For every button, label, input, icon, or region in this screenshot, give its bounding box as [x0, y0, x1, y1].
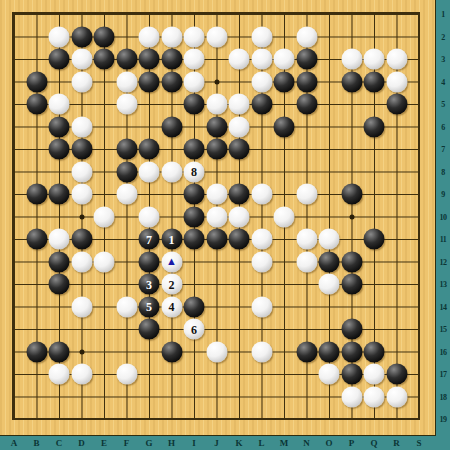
white-stone-J2[interactable] — [206, 26, 227, 47]
row-label-17: 17 — [436, 370, 450, 379]
black-stone-D2[interactable] — [71, 26, 92, 47]
white-stone-N9[interactable] — [296, 184, 317, 205]
white-stone-L3[interactable] — [251, 49, 272, 70]
row-label-8: 8 — [436, 167, 450, 176]
white-stone-H12[interactable]: ▲ — [161, 251, 182, 272]
black-stone-C12[interactable] — [49, 251, 70, 272]
white-stone-G8[interactable] — [139, 161, 160, 182]
white-stone-O17[interactable] — [319, 364, 340, 385]
column-label-S: S — [416, 438, 421, 448]
row-label-10: 10 — [436, 212, 450, 221]
black-stone-C6[interactable] — [49, 116, 70, 137]
white-stone-L16[interactable] — [251, 341, 272, 362]
black-stone-D7[interactable] — [71, 139, 92, 160]
white-stone-Q18[interactable] — [364, 386, 385, 407]
black-stone-G14[interactable]: 5 — [139, 296, 160, 317]
black-stone-D11[interactable] — [71, 229, 92, 250]
white-stone-C2[interactable] — [49, 26, 70, 47]
black-stone-P17[interactable] — [341, 364, 362, 385]
column-label-A: A — [11, 438, 18, 448]
black-stone-C7[interactable] — [49, 139, 70, 160]
white-stone-D17[interactable] — [71, 364, 92, 385]
column-label-B: B — [33, 438, 39, 448]
black-stone-L5[interactable] — [251, 94, 272, 115]
white-stone-D3[interactable] — [71, 49, 92, 70]
white-stone-G2[interactable] — [139, 26, 160, 47]
black-stone-H11[interactable]: 1 — [161, 229, 182, 250]
column-label-H: H — [168, 438, 175, 448]
black-stone-H3[interactable] — [161, 49, 182, 70]
row-label-6: 6 — [436, 122, 450, 131]
black-stone-N4[interactable] — [296, 71, 317, 92]
white-stone-K3[interactable] — [229, 49, 250, 70]
white-stone-F4[interactable] — [116, 71, 137, 92]
black-stone-I5[interactable] — [184, 94, 205, 115]
white-stone-D9[interactable] — [71, 184, 92, 205]
move-number-label: 2 — [169, 278, 175, 290]
white-stone-F17[interactable] — [116, 364, 137, 385]
black-stone-H16[interactable] — [161, 341, 182, 362]
column-label-E: E — [101, 438, 107, 448]
white-stone-G10[interactable] — [139, 206, 160, 227]
white-stone-R4[interactable] — [386, 71, 407, 92]
column-label-O: O — [325, 438, 332, 448]
black-stone-C13[interactable] — [49, 274, 70, 295]
row-label-13: 13 — [436, 280, 450, 289]
move-number-label: 6 — [191, 323, 197, 335]
black-stone-P4[interactable] — [341, 71, 362, 92]
column-label-N: N — [303, 438, 310, 448]
column-label-C: C — [56, 438, 63, 448]
star-point — [79, 214, 84, 219]
go-board[interactable]: 871▲32546 — [0, 0, 436, 436]
black-stone-O12[interactable] — [319, 251, 340, 272]
white-stone-H13[interactable]: 2 — [161, 274, 182, 295]
white-stone-L4[interactable] — [251, 71, 272, 92]
black-stone-R17[interactable] — [386, 364, 407, 385]
black-stone-C9[interactable] — [49, 184, 70, 205]
white-stone-L2[interactable] — [251, 26, 272, 47]
black-stone-P15[interactable] — [341, 319, 362, 340]
black-stone-E3[interactable] — [94, 49, 115, 70]
white-stone-N2[interactable] — [296, 26, 317, 47]
row-label-15: 15 — [436, 325, 450, 334]
column-label-F: F — [124, 438, 130, 448]
row-label-16: 16 — [436, 347, 450, 356]
black-stone-N3[interactable] — [296, 49, 317, 70]
white-stone-Q3[interactable] — [364, 49, 385, 70]
row-label-2: 2 — [436, 32, 450, 41]
white-stone-I4[interactable] — [184, 71, 205, 92]
black-stone-P13[interactable] — [341, 274, 362, 295]
triangle-marker-icon: ▲ — [166, 255, 177, 266]
black-stone-G11[interactable]: 7 — [139, 229, 160, 250]
black-stone-G15[interactable] — [139, 319, 160, 340]
white-stone-Q17[interactable] — [364, 364, 385, 385]
column-label-K: K — [235, 438, 242, 448]
black-stone-M6[interactable] — [274, 116, 295, 137]
row-label-18: 18 — [436, 392, 450, 401]
white-stone-H8[interactable] — [161, 161, 182, 182]
white-stone-H2[interactable] — [161, 26, 182, 47]
column-label-Q: Q — [370, 438, 377, 448]
black-stone-O16[interactable] — [319, 341, 340, 362]
row-label-5: 5 — [436, 100, 450, 109]
white-stone-F9[interactable] — [116, 184, 137, 205]
black-stone-B5[interactable] — [26, 94, 47, 115]
white-stone-H14[interactable]: 4 — [161, 296, 182, 317]
white-stone-F14[interactable] — [116, 296, 137, 317]
white-stone-K10[interactable] — [229, 206, 250, 227]
star-point — [79, 349, 84, 354]
white-stone-D4[interactable] — [71, 71, 92, 92]
black-stone-G13[interactable]: 3 — [139, 274, 160, 295]
move-number-label: 8 — [191, 166, 197, 178]
white-stone-J9[interactable] — [206, 184, 227, 205]
white-stone-N11[interactable] — [296, 229, 317, 250]
black-stone-P16[interactable] — [341, 341, 362, 362]
white-stone-D6[interactable] — [71, 116, 92, 137]
column-label-G: G — [145, 438, 152, 448]
black-stone-B11[interactable] — [26, 229, 47, 250]
white-stone-E12[interactable] — [94, 251, 115, 272]
move-number-label: 4 — [169, 301, 175, 313]
black-stone-K7[interactable] — [229, 139, 250, 160]
black-stone-I14[interactable] — [184, 296, 205, 317]
white-stone-E10[interactable] — [94, 206, 115, 227]
black-stone-N5[interactable] — [296, 94, 317, 115]
black-stone-B4[interactable] — [26, 71, 47, 92]
black-stone-G12[interactable] — [139, 251, 160, 272]
black-stone-Q16[interactable] — [364, 341, 385, 362]
black-stone-B16[interactable] — [26, 341, 47, 362]
move-number-label: 1 — [169, 233, 175, 245]
star-point — [214, 79, 219, 84]
black-stone-P12[interactable] — [341, 251, 362, 272]
white-stone-L14[interactable] — [251, 296, 272, 317]
column-label-J: J — [214, 438, 219, 448]
column-label-M: M — [280, 438, 289, 448]
black-stone-C3[interactable] — [49, 49, 70, 70]
white-stone-F5[interactable] — [116, 94, 137, 115]
black-stone-C16[interactable] — [49, 341, 70, 362]
white-stone-N12[interactable] — [296, 251, 317, 272]
white-stone-M10[interactable] — [274, 206, 295, 227]
white-stone-L11[interactable] — [251, 229, 272, 250]
row-label-3: 3 — [436, 55, 450, 64]
white-stone-P18[interactable] — [341, 386, 362, 407]
white-stone-I15[interactable]: 6 — [184, 319, 205, 340]
black-stone-G3[interactable] — [139, 49, 160, 70]
move-number-label: 3 — [146, 278, 152, 290]
white-stone-J10[interactable] — [206, 206, 227, 227]
black-stone-J7[interactable] — [206, 139, 227, 160]
black-stone-H4[interactable] — [161, 71, 182, 92]
row-label-14: 14 — [436, 302, 450, 311]
black-stone-J11[interactable] — [206, 229, 227, 250]
white-stone-K6[interactable] — [229, 116, 250, 137]
column-label-P: P — [349, 438, 355, 448]
white-stone-I2[interactable] — [184, 26, 205, 47]
column-label-L: L — [258, 438, 264, 448]
white-stone-C17[interactable] — [49, 364, 70, 385]
row-label-4: 4 — [436, 77, 450, 86]
white-stone-J5[interactable] — [206, 94, 227, 115]
black-stone-Q6[interactable] — [364, 116, 385, 137]
black-stone-I9[interactable] — [184, 184, 205, 205]
white-stone-R3[interactable] — [386, 49, 407, 70]
white-stone-D8[interactable] — [71, 161, 92, 182]
row-label-1: 1 — [436, 10, 450, 19]
black-stone-F8[interactable] — [116, 161, 137, 182]
black-stone-K11[interactable] — [229, 229, 250, 250]
black-stone-P9[interactable] — [341, 184, 362, 205]
black-stone-R5[interactable] — [386, 94, 407, 115]
black-stone-G4[interactable] — [139, 71, 160, 92]
row-label-19: 19 — [436, 415, 450, 424]
column-label-D: D — [78, 438, 85, 448]
row-label-9: 9 — [436, 190, 450, 199]
black-stone-I11[interactable] — [184, 229, 205, 250]
black-stone-E2[interactable] — [94, 26, 115, 47]
black-stone-Q11[interactable] — [364, 229, 385, 250]
black-stone-F3[interactable] — [116, 49, 137, 70]
row-label-7: 7 — [436, 145, 450, 154]
black-stone-J6[interactable] — [206, 116, 227, 137]
black-stone-H6[interactable] — [161, 116, 182, 137]
white-stone-C11[interactable] — [49, 229, 70, 250]
black-stone-I7[interactable] — [184, 139, 205, 160]
white-stone-D12[interactable] — [71, 251, 92, 272]
white-stone-O13[interactable] — [319, 274, 340, 295]
go-game-screen: 871▲32546 ABCDEFGHIJKLMNOPQRS 1234567891… — [0, 0, 450, 450]
white-stone-I3[interactable] — [184, 49, 205, 70]
white-stone-P3[interactable] — [341, 49, 362, 70]
white-stone-C5[interactable] — [49, 94, 70, 115]
white-stone-D14[interactable] — [71, 296, 92, 317]
row-label-11: 11 — [436, 235, 450, 244]
white-stone-J16[interactable] — [206, 341, 227, 362]
black-stone-G7[interactable] — [139, 139, 160, 160]
black-stone-K9[interactable] — [229, 184, 250, 205]
white-stone-O11[interactable] — [319, 229, 340, 250]
white-stone-L12[interactable] — [251, 251, 272, 272]
black-stone-N16[interactable] — [296, 341, 317, 362]
star-point — [349, 214, 354, 219]
white-stone-M3[interactable] — [274, 49, 295, 70]
column-label-R: R — [393, 438, 400, 448]
white-stone-K5[interactable] — [229, 94, 250, 115]
move-number-label: 7 — [146, 233, 152, 245]
white-stone-I8[interactable]: 8 — [184, 161, 205, 182]
move-number-label: 5 — [146, 301, 152, 313]
black-stone-I10[interactable] — [184, 206, 205, 227]
black-stone-M4[interactable] — [274, 71, 295, 92]
black-stone-B9[interactable] — [26, 184, 47, 205]
column-label-I: I — [192, 438, 196, 448]
white-stone-R18[interactable] — [386, 386, 407, 407]
black-stone-F7[interactable] — [116, 139, 137, 160]
black-stone-Q4[interactable] — [364, 71, 385, 92]
row-label-12: 12 — [436, 257, 450, 266]
white-stone-L9[interactable] — [251, 184, 272, 205]
